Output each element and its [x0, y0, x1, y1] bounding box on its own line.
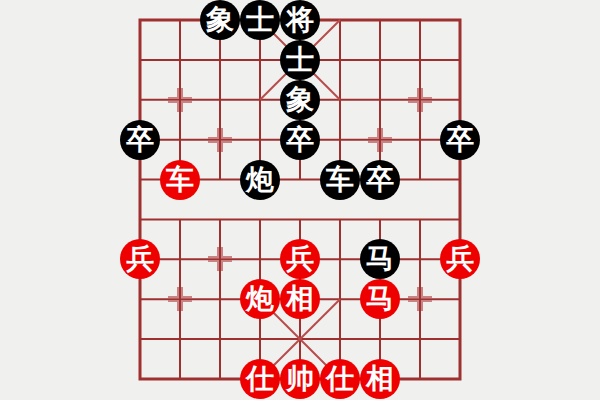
- piece-red-相[interactable]: 相: [360, 359, 400, 399]
- piece-black-士[interactable]: 士: [240, 0, 280, 40]
- piece-red-车[interactable]: 车: [160, 160, 200, 200]
- piece-red-兵[interactable]: 兵: [440, 239, 480, 279]
- piece-black-车[interactable]: 车: [320, 160, 360, 200]
- piece-red-帅[interactable]: 帅: [280, 359, 320, 399]
- screen: 象士将士象卒卒卒车炮车卒兵兵马兵炮相马仕帅仕相: [0, 0, 600, 400]
- point-marker: [208, 247, 232, 271]
- piece-red-马[interactable]: 马: [360, 279, 400, 319]
- point-marker: [208, 128, 232, 152]
- point-marker: [168, 287, 192, 311]
- piece-black-士[interactable]: 士: [280, 40, 320, 80]
- piece-black-卒[interactable]: 卒: [280, 120, 320, 160]
- piece-black-炮[interactable]: 炮: [240, 160, 280, 200]
- point-marker: [368, 128, 392, 152]
- piece-black-卒[interactable]: 卒: [120, 120, 160, 160]
- piece-black-象[interactable]: 象: [280, 80, 320, 120]
- point-marker: [408, 88, 432, 112]
- point-marker: [408, 287, 432, 311]
- point-marker: [168, 88, 192, 112]
- piece-black-卒[interactable]: 卒: [360, 160, 400, 200]
- piece-black-象[interactable]: 象: [200, 0, 240, 40]
- piece-red-相[interactable]: 相: [280, 279, 320, 319]
- piece-red-仕[interactable]: 仕: [240, 359, 280, 399]
- xiangqi-board[interactable]: 象士将士象卒卒卒车炮车卒兵兵马兵炮相马仕帅仕相: [140, 20, 460, 379]
- piece-red-仕[interactable]: 仕: [320, 359, 360, 399]
- piece-red-炮[interactable]: 炮: [240, 279, 280, 319]
- piece-black-将[interactable]: 将: [280, 0, 320, 40]
- piece-black-卒[interactable]: 卒: [440, 120, 480, 160]
